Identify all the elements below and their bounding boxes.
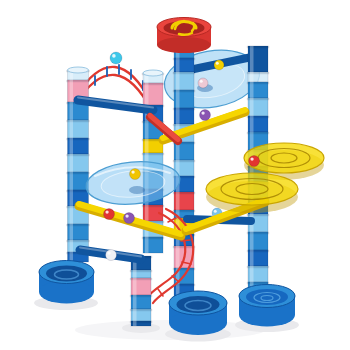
disc-center-hole [129, 186, 145, 194]
funnel-mouth [164, 21, 205, 35]
scene-canvas [0, 0, 350, 350]
marble-yellow-on-disc [130, 169, 141, 180]
marble-red-in-spiral [249, 156, 260, 167]
marble-purple-upper-chute [200, 110, 211, 121]
tower-midleft-cap [143, 70, 163, 76]
marble-cyan-on-arch [110, 52, 122, 64]
marble-run-product-photo [0, 0, 350, 350]
knob-yellow-on-beam [214, 60, 224, 70]
marble-red-left-chute [104, 209, 115, 220]
marble-purple-left-chute [124, 213, 135, 224]
tower-midleft-lower [130, 256, 152, 326]
marble-pink-in-disc [198, 78, 208, 88]
funnel-bottom [157, 37, 211, 53]
arch-rail-rungs [84, 65, 143, 98]
tower-left-cap [68, 67, 89, 73]
spiral-tray-lower [206, 173, 298, 205]
marble-white-in-tube [106, 250, 117, 261]
